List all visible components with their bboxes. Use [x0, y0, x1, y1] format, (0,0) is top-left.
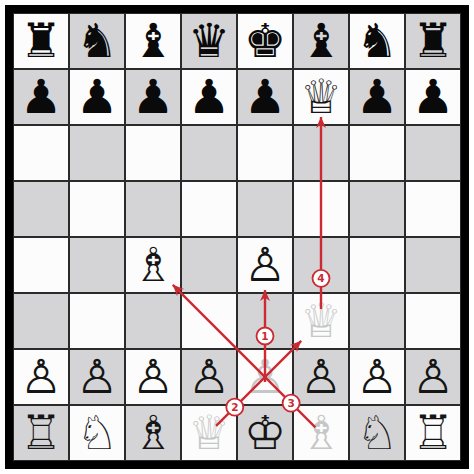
- square-h6[interactable]: [405, 125, 461, 181]
- square-c2[interactable]: ♙: [125, 349, 181, 405]
- square-g6[interactable]: [349, 125, 405, 181]
- square-f5[interactable]: [293, 181, 349, 237]
- piece-white-queen[interactable]: ♕: [300, 73, 342, 120]
- ghost-white-queen: ♕: [188, 409, 230, 456]
- square-e7[interactable]: ♟: [237, 69, 293, 125]
- piece-white-rook[interactable]: ♖: [20, 409, 62, 456]
- piece-white-bishop[interactable]: ♗: [132, 241, 174, 288]
- square-b1[interactable]: ♘: [69, 405, 125, 461]
- square-e1[interactable]: ♔: [237, 405, 293, 461]
- piece-white-pawn[interactable]: ♙: [300, 353, 342, 400]
- chess-diagram: ♜♞♝♛♚♝♞♜♟♟♟♟♟♕♟♟♗♙♕♙♙♙♙♙♙♙♙♖♘♗♕♔♗♘♖ 1234: [0, 0, 474, 474]
- square-g2[interactable]: ♙: [349, 349, 405, 405]
- square-b4[interactable]: [69, 237, 125, 293]
- square-c5[interactable]: [125, 181, 181, 237]
- chess-board: ♜♞♝♛♚♝♞♜♟♟♟♟♟♕♟♟♗♙♕♙♙♙♙♙♙♙♙♖♘♗♕♔♗♘♖: [5, 5, 469, 469]
- square-h3[interactable]: [405, 293, 461, 349]
- square-a2[interactable]: ♙: [13, 349, 69, 405]
- square-a4[interactable]: [13, 237, 69, 293]
- square-c3[interactable]: [125, 293, 181, 349]
- piece-white-bishop[interactable]: ♗: [132, 409, 174, 456]
- piece-black-pawn[interactable]: ♟: [244, 73, 286, 120]
- square-g8[interactable]: ♞: [349, 13, 405, 69]
- square-f7[interactable]: ♕: [293, 69, 349, 125]
- square-f1[interactable]: ♗: [293, 405, 349, 461]
- piece-white-pawn[interactable]: ♙: [412, 353, 454, 400]
- square-g4[interactable]: [349, 237, 405, 293]
- square-e8[interactable]: ♚: [237, 13, 293, 69]
- square-h8[interactable]: ♜: [405, 13, 461, 69]
- piece-black-pawn[interactable]: ♟: [20, 73, 62, 120]
- square-d3[interactable]: [181, 293, 237, 349]
- piece-black-rook[interactable]: ♜: [20, 17, 62, 64]
- square-b8[interactable]: ♞: [69, 13, 125, 69]
- piece-white-pawn[interactable]: ♙: [244, 241, 286, 288]
- piece-white-pawn[interactable]: ♙: [132, 353, 174, 400]
- ghost-white-bishop: ♗: [300, 409, 342, 456]
- square-e3[interactable]: [237, 293, 293, 349]
- square-b7[interactable]: ♟: [69, 69, 125, 125]
- square-b5[interactable]: [69, 181, 125, 237]
- piece-black-knight[interactable]: ♞: [356, 17, 398, 64]
- square-d2[interactable]: ♙: [181, 349, 237, 405]
- piece-white-pawn[interactable]: ♙: [76, 353, 118, 400]
- square-g3[interactable]: [349, 293, 405, 349]
- square-g1[interactable]: ♘: [349, 405, 405, 461]
- piece-black-queen[interactable]: ♛: [188, 17, 230, 64]
- square-h7[interactable]: ♟: [405, 69, 461, 125]
- piece-white-pawn[interactable]: ♙: [20, 353, 62, 400]
- ghost-white-pawn: ♙: [244, 353, 286, 400]
- square-e5[interactable]: [237, 181, 293, 237]
- square-d8[interactable]: ♛: [181, 13, 237, 69]
- piece-black-rook[interactable]: ♜: [412, 17, 454, 64]
- piece-black-bishop[interactable]: ♝: [300, 17, 342, 64]
- square-f8[interactable]: ♝: [293, 13, 349, 69]
- square-c7[interactable]: ♟: [125, 69, 181, 125]
- square-h1[interactable]: ♖: [405, 405, 461, 461]
- piece-black-pawn[interactable]: ♟: [356, 73, 398, 120]
- piece-black-pawn[interactable]: ♟: [188, 73, 230, 120]
- square-e4[interactable]: ♙: [237, 237, 293, 293]
- square-d7[interactable]: ♟: [181, 69, 237, 125]
- square-a7[interactable]: ♟: [13, 69, 69, 125]
- square-g5[interactable]: [349, 181, 405, 237]
- square-c8[interactable]: ♝: [125, 13, 181, 69]
- square-a3[interactable]: [13, 293, 69, 349]
- square-e6[interactable]: [237, 125, 293, 181]
- square-a6[interactable]: [13, 125, 69, 181]
- piece-white-pawn[interactable]: ♙: [188, 353, 230, 400]
- piece-white-king[interactable]: ♔: [244, 409, 286, 456]
- square-d4[interactable]: [181, 237, 237, 293]
- square-c4[interactable]: ♗: [125, 237, 181, 293]
- piece-white-knight[interactable]: ♘: [356, 409, 398, 456]
- square-d1[interactable]: ♕: [181, 405, 237, 461]
- square-c6[interactable]: [125, 125, 181, 181]
- square-d6[interactable]: [181, 125, 237, 181]
- square-d5[interactable]: [181, 181, 237, 237]
- piece-white-rook[interactable]: ♖: [412, 409, 454, 456]
- square-f3[interactable]: ♕: [293, 293, 349, 349]
- square-b2[interactable]: ♙: [69, 349, 125, 405]
- piece-black-pawn[interactable]: ♟: [76, 73, 118, 120]
- piece-black-king[interactable]: ♚: [244, 17, 286, 64]
- piece-black-pawn[interactable]: ♟: [412, 73, 454, 120]
- piece-black-pawn[interactable]: ♟: [132, 73, 174, 120]
- square-c1[interactable]: ♗: [125, 405, 181, 461]
- piece-black-knight[interactable]: ♞: [76, 17, 118, 64]
- square-f2[interactable]: ♙: [293, 349, 349, 405]
- square-h4[interactable]: [405, 237, 461, 293]
- square-h2[interactable]: ♙: [405, 349, 461, 405]
- square-f6[interactable]: [293, 125, 349, 181]
- square-f4[interactable]: [293, 237, 349, 293]
- square-g7[interactable]: ♟: [349, 69, 405, 125]
- square-a5[interactable]: [13, 181, 69, 237]
- square-b6[interactable]: [69, 125, 125, 181]
- piece-black-bishop[interactable]: ♝: [132, 17, 174, 64]
- piece-white-knight[interactable]: ♘: [76, 409, 118, 456]
- ghost-white-queen: ♕: [300, 297, 342, 344]
- square-h5[interactable]: [405, 181, 461, 237]
- square-a8[interactable]: ♜: [13, 13, 69, 69]
- square-a1[interactable]: ♖: [13, 405, 69, 461]
- piece-white-pawn[interactable]: ♙: [356, 353, 398, 400]
- square-e2[interactable]: ♙: [237, 349, 293, 405]
- square-b3[interactable]: [69, 293, 125, 349]
